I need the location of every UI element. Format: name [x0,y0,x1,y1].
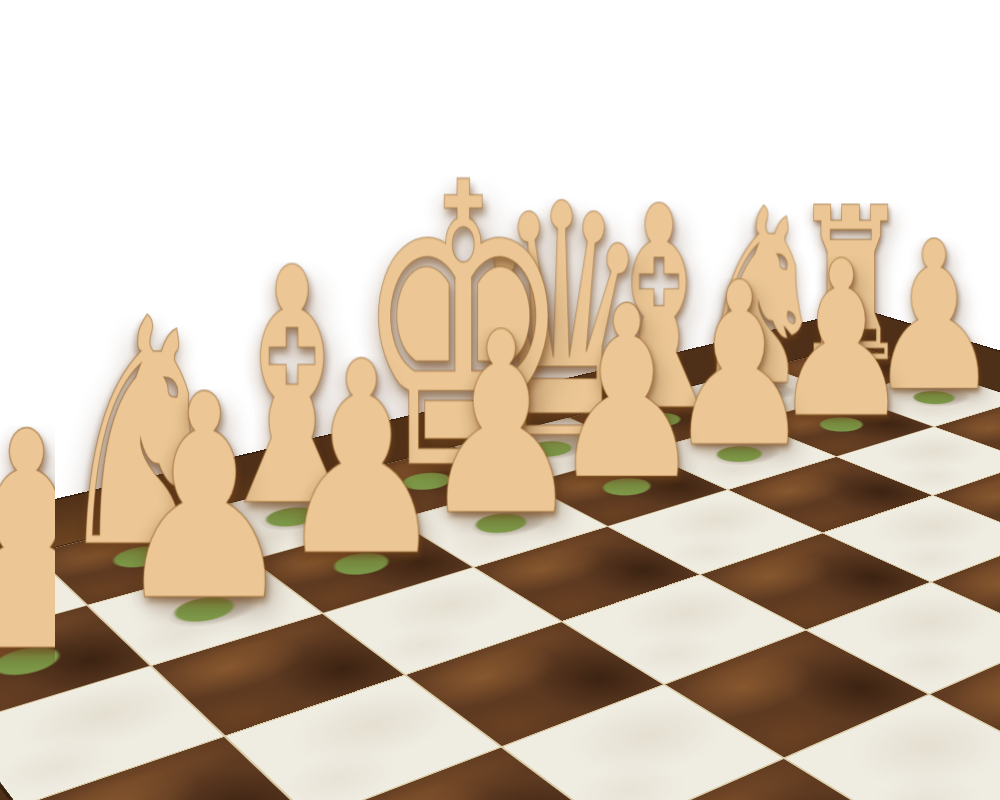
pawn-glyph-icon: ♟ [0,426,123,661]
board-grid: ♜♞♝♛♚♝♞♜♟♟♟♟♟♟♟♟ [0,345,1000,800]
square-e6 [786,695,1000,800]
white-pawn-h2: ♟ [0,426,203,661]
chess-board: ♜♞♝♛♚♝♞♜♟♟♟♟♟♟♟♟ [0,309,1000,800]
product-photo-stage: ♜♞♝♛♚♝♞♜♟♟♟♟♟♟♟♟ [0,0,1000,800]
